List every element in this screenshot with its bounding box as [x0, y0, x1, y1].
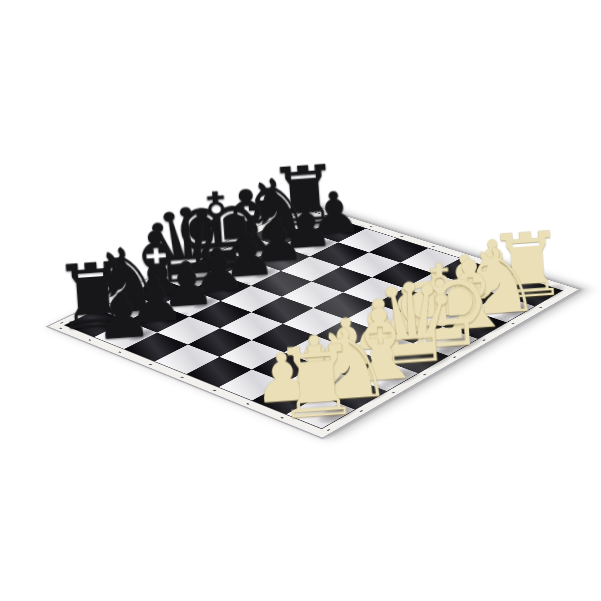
product-photo-scene: ♜♞♝♛♚♝♞♜♟♟♟♟♟♟♟♟♟♟♟♟♟♟♟♟♜♞♝♛♚♝♞♜ [0, 0, 601, 601]
pieces-layer: ♜♞♝♛♚♝♞♜♟♟♟♟♟♟♟♟♟♟♟♟♟♟♟♟♜♞♝♛♚♝♞♜ [45, 203, 578, 438]
white-rook-icon: ♜ [270, 332, 363, 434]
